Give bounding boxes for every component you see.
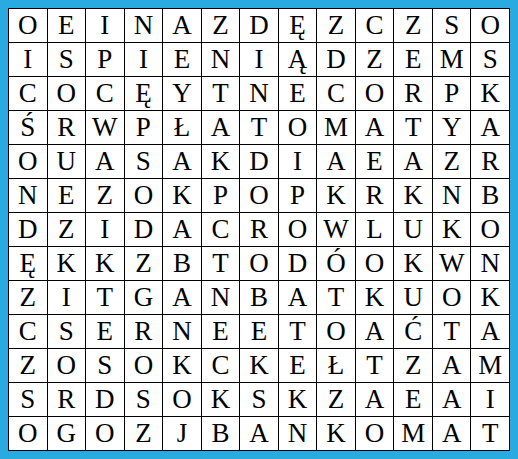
cell-r4c3[interactable]: W — [86, 111, 124, 144]
cell-r9c7[interactable]: B — [240, 281, 278, 314]
cell-r8c7[interactable]: O — [240, 247, 278, 280]
cell-r13c1[interactable]: O — [9, 417, 47, 450]
cell-r12c1[interactable]: S — [9, 383, 47, 416]
cell-r11c10[interactable]: T — [356, 349, 394, 382]
cell-r8c9[interactable]: Ó — [317, 247, 355, 280]
cell-r13c11[interactable]: M — [394, 417, 432, 450]
cell-r13c4[interactable]: Z — [125, 417, 163, 450]
cell-r12c13[interactable]: I — [471, 383, 509, 416]
cell-r9c8[interactable]: A — [279, 281, 317, 314]
cell-r7c9[interactable]: W — [317, 213, 355, 246]
cell-r10c4[interactable]: R — [125, 315, 163, 348]
cell-r5c6[interactable]: K — [202, 145, 240, 178]
cell-r8c6[interactable]: T — [202, 247, 240, 280]
cell-r7c13[interactable]: O — [471, 213, 509, 246]
cell-r11c4[interactable]: O — [125, 349, 163, 382]
cell-r10c10[interactable]: A — [356, 315, 394, 348]
cell-r8c12[interactable]: W — [433, 247, 471, 280]
cell-r13c10[interactable]: O — [356, 417, 394, 450]
cell-r2c7[interactable]: I — [240, 43, 278, 76]
cell-r5c3[interactable]: A — [86, 145, 124, 178]
cell-r12c9[interactable]: Z — [317, 383, 355, 416]
cell-r7c10[interactable]: L — [356, 213, 394, 246]
cell-r5c2[interactable]: U — [48, 145, 86, 178]
cell-r8c4[interactable]: Z — [125, 247, 163, 280]
cell-r3c10[interactable]: O — [356, 77, 394, 110]
cell-r12c12[interactable]: A — [433, 383, 471, 416]
cell-r7c7[interactable]: R — [240, 213, 278, 246]
cell-r6c4[interactable]: O — [125, 179, 163, 212]
cell-r1c4[interactable]: N — [125, 9, 163, 42]
cell-r1c3[interactable]: I — [86, 9, 124, 42]
cell-r3c12[interactable]: P — [433, 77, 471, 110]
cell-r9c3[interactable]: T — [86, 281, 124, 314]
cell-r3c5[interactable]: Y — [163, 77, 201, 110]
cell-r3c11[interactable]: R — [394, 77, 432, 110]
cell-r6c2[interactable]: E — [48, 179, 86, 212]
cell-r9c9[interactable]: T — [317, 281, 355, 314]
cell-r11c13[interactable]: M — [471, 349, 509, 382]
cell-r11c6[interactable]: C — [202, 349, 240, 382]
cell-r8c1[interactable]: Ę — [9, 247, 47, 280]
cell-r13c6[interactable]: B — [202, 417, 240, 450]
cell-r8c13[interactable]: N — [471, 247, 509, 280]
cell-r13c2[interactable]: G — [48, 417, 86, 450]
cell-r10c6[interactable]: E — [202, 315, 240, 348]
cell-r3c4[interactable]: Ę — [125, 77, 163, 110]
cell-r6c11[interactable]: K — [394, 179, 432, 212]
cell-r12c10[interactable]: A — [356, 383, 394, 416]
cell-r2c1[interactable]: I — [9, 43, 47, 76]
cell-r4c2[interactable]: R — [48, 111, 86, 144]
cell-r6c9[interactable]: K — [317, 179, 355, 212]
cell-r13c13[interactable]: T — [471, 417, 509, 450]
cell-r1c6[interactable]: Z — [202, 9, 240, 42]
cell-r13c3[interactable]: O — [86, 417, 124, 450]
cell-r10c13[interactable]: A — [471, 315, 509, 348]
cell-r5c12[interactable]: Z — [433, 145, 471, 178]
cell-r13c12[interactable]: A — [433, 417, 471, 450]
cell-r11c3[interactable]: S — [86, 349, 124, 382]
cell-r1c2[interactable]: E — [48, 9, 86, 42]
cell-r9c1[interactable]: Z — [9, 281, 47, 314]
cell-r7c4[interactable]: D — [125, 213, 163, 246]
cell-r10c5[interactable]: N — [163, 315, 201, 348]
cell-r2c6[interactable]: N — [202, 43, 240, 76]
cell-r8c3[interactable]: K — [86, 247, 124, 280]
cell-r7c5[interactable]: A — [163, 213, 201, 246]
cell-r3c9[interactable]: C — [317, 77, 355, 110]
cell-r6c3[interactable]: Z — [86, 179, 124, 212]
cell-r12c2[interactable]: R — [48, 383, 86, 416]
cell-r9c13[interactable]: K — [471, 281, 509, 314]
cell-r4c1[interactable]: Ś — [9, 111, 47, 144]
cell-r13c5[interactable]: J — [163, 417, 201, 450]
cell-r3c8[interactable]: E — [279, 77, 317, 110]
cell-r1c8[interactable]: Ę — [279, 9, 317, 42]
cell-r2c12[interactable]: M — [433, 43, 471, 76]
cell-r1c12[interactable]: S — [433, 9, 471, 42]
cell-r3c13[interactable]: K — [471, 77, 509, 110]
cell-r5c4[interactable]: S — [125, 145, 163, 178]
cell-r5c5[interactable]: A — [163, 145, 201, 178]
cell-r6c6[interactable]: P — [202, 179, 240, 212]
cell-r11c11[interactable]: Z — [394, 349, 432, 382]
cell-r3c1[interactable]: C — [9, 77, 47, 110]
cell-r12c11[interactable]: E — [394, 383, 432, 416]
cell-r9c12[interactable]: O — [433, 281, 471, 314]
cell-r7c12[interactable]: K — [433, 213, 471, 246]
cell-r10c7[interactable]: E — [240, 315, 278, 348]
cell-r1c11[interactable]: Z — [394, 9, 432, 42]
cell-r4c7[interactable]: T — [240, 111, 278, 144]
cell-r2c8[interactable]: Ą — [279, 43, 317, 76]
cell-r6c8[interactable]: P — [279, 179, 317, 212]
cell-r8c10[interactable]: O — [356, 247, 394, 280]
cell-r5c13[interactable]: R — [471, 145, 509, 178]
cell-r9c11[interactable]: U — [394, 281, 432, 314]
cell-r7c11[interactable]: U — [394, 213, 432, 246]
cell-r6c5[interactable]: K — [163, 179, 201, 212]
cell-r6c10[interactable]: R — [356, 179, 394, 212]
cell-r7c8[interactable]: O — [279, 213, 317, 246]
cell-r4c9[interactable]: M — [317, 111, 355, 144]
cell-r11c8[interactable]: E — [279, 349, 317, 382]
cell-r8c8[interactable]: D — [279, 247, 317, 280]
cell-r11c1[interactable]: Z — [9, 349, 47, 382]
cell-r2c2[interactable]: S — [48, 43, 86, 76]
cell-r8c11[interactable]: K — [394, 247, 432, 280]
cell-r5c1[interactable]: O — [9, 145, 47, 178]
cell-r2c4[interactable]: I — [125, 43, 163, 76]
cell-r11c5[interactable]: K — [163, 349, 201, 382]
cell-r4c6[interactable]: A — [202, 111, 240, 144]
cell-r6c12[interactable]: N — [433, 179, 471, 212]
cell-r12c5[interactable]: O — [163, 383, 201, 416]
cell-r13c7[interactable]: A — [240, 417, 278, 450]
cell-r2c9[interactable]: D — [317, 43, 355, 76]
cell-r9c2[interactable]: I — [48, 281, 86, 314]
cell-r10c8[interactable]: T — [279, 315, 317, 348]
cell-r2c13[interactable]: S — [471, 43, 509, 76]
cell-r9c4[interactable]: G — [125, 281, 163, 314]
cell-r3c3[interactable]: C — [86, 77, 124, 110]
cell-r8c5[interactable]: B — [163, 247, 201, 280]
cell-r11c7[interactable]: K — [240, 349, 278, 382]
cell-r1c7[interactable]: D — [240, 9, 278, 42]
cell-r3c7[interactable]: N — [240, 77, 278, 110]
cell-r7c3[interactable]: I — [86, 213, 124, 246]
cell-r1c9[interactable]: Z — [317, 9, 355, 42]
cell-r4c5[interactable]: Ł — [163, 111, 201, 144]
cell-r2c3[interactable]: P — [86, 43, 124, 76]
cell-r12c3[interactable]: D — [86, 383, 124, 416]
cell-r6c13[interactable]: B — [471, 179, 509, 212]
cell-r1c13[interactable]: O — [471, 9, 509, 42]
cell-r8c2[interactable]: K — [48, 247, 86, 280]
cell-r5c8[interactable]: I — [279, 145, 317, 178]
cell-r1c10[interactable]: C — [356, 9, 394, 42]
cell-r4c10[interactable]: A — [356, 111, 394, 144]
cell-r3c6[interactable]: T — [202, 77, 240, 110]
cell-r7c2[interactable]: Z — [48, 213, 86, 246]
cell-r4c13[interactable]: A — [471, 111, 509, 144]
letter-grid: OEINAZDĘZCZSOISPIENIĄDZEMSCOCĘYTNECORPKŚ… — [8, 8, 510, 451]
cell-r13c9[interactable]: K — [317, 417, 355, 450]
cell-r6c7[interactable]: O — [240, 179, 278, 212]
cell-r5c10[interactable]: E — [356, 145, 394, 178]
cell-r9c6[interactable]: N — [202, 281, 240, 314]
cell-r4c4[interactable]: P — [125, 111, 163, 144]
cell-r11c9[interactable]: Ł — [317, 349, 355, 382]
cell-r12c7[interactable]: S — [240, 383, 278, 416]
cell-r2c5[interactable]: E — [163, 43, 201, 76]
cell-r12c8[interactable]: K — [279, 383, 317, 416]
cell-r7c6[interactable]: C — [202, 213, 240, 246]
cell-r11c12[interactable]: A — [433, 349, 471, 382]
cell-r12c4[interactable]: S — [125, 383, 163, 416]
cell-r10c11[interactable]: Ć — [394, 315, 432, 348]
cell-r4c12[interactable]: Y — [433, 111, 471, 144]
word-search-board: OEINAZDĘZCZSOISPIENIĄDZEMSCOCĘYTNECORPKŚ… — [0, 0, 518, 459]
cell-r1c5[interactable]: A — [163, 9, 201, 42]
cell-r10c2[interactable]: S — [48, 315, 86, 348]
cell-r2c11[interactable]: E — [394, 43, 432, 76]
cell-r10c1[interactable]: C — [9, 315, 47, 348]
cell-r10c9[interactable]: O — [317, 315, 355, 348]
cell-r12c6[interactable]: K — [202, 383, 240, 416]
cell-r9c10[interactable]: K — [356, 281, 394, 314]
cell-r4c11[interactable]: T — [394, 111, 432, 144]
cell-r13c8[interactable]: N — [279, 417, 317, 450]
cell-r2c10[interactable]: Z — [356, 43, 394, 76]
cell-r6c1[interactable]: N — [9, 179, 47, 212]
cell-r3c2[interactable]: O — [48, 77, 86, 110]
cell-r4c8[interactable]: O — [279, 111, 317, 144]
cell-r5c7[interactable]: D — [240, 145, 278, 178]
cell-r7c1[interactable]: D — [9, 213, 47, 246]
cell-r10c3[interactable]: E — [86, 315, 124, 348]
cell-r5c11[interactable]: A — [394, 145, 432, 178]
cell-r9c5[interactable]: A — [163, 281, 201, 314]
cell-r5c9[interactable]: A — [317, 145, 355, 178]
cell-r1c1[interactable]: O — [9, 9, 47, 42]
cell-r10c12[interactable]: T — [433, 315, 471, 348]
cell-r11c2[interactable]: O — [48, 349, 86, 382]
